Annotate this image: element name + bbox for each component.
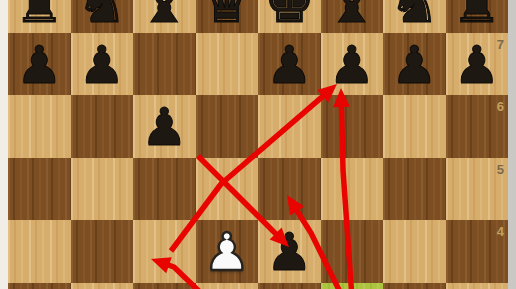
piece-black-pawn-f7[interactable]: ♟	[321, 33, 384, 96]
square-c4[interactable]	[133, 220, 196, 283]
square-a3[interactable]	[8, 283, 71, 289]
square-g5[interactable]	[383, 158, 446, 221]
piece-black-pawn-a7[interactable]: ♟	[8, 33, 71, 96]
square-b6[interactable]	[71, 95, 134, 158]
piece-black-rook-a8[interactable]: ♜	[8, 0, 71, 33]
white-pawn-glyph: ♟	[203, 226, 250, 278]
rank-label-6: 6	[480, 99, 504, 114]
square-e6[interactable]	[258, 95, 321, 158]
piece-black-rook-h8[interactable]: ♜	[446, 0, 509, 33]
piece-black-queen-d8[interactable]: ♛	[196, 0, 259, 33]
black-queen-glyph: ♛	[201, 0, 252, 31]
black-pawn-glyph: ♟	[16, 39, 63, 91]
square-d6[interactable]	[196, 95, 259, 158]
square-g4[interactable]	[383, 220, 446, 283]
square-c5[interactable]	[133, 158, 196, 221]
black-pawn-glyph: ♟	[391, 39, 438, 91]
square-g3[interactable]	[383, 283, 446, 289]
square-f5[interactable]	[321, 158, 384, 221]
piece-white-pawn-d4[interactable]: ♟	[196, 220, 259, 283]
black-pawn-glyph: ♟	[266, 226, 313, 278]
black-rook-glyph: ♜	[451, 0, 502, 31]
piece-black-pawn-e4[interactable]: ♟	[258, 220, 321, 283]
piece-black-bishop-f8[interactable]: ♝	[321, 0, 384, 33]
black-pawn-glyph: ♟	[78, 39, 125, 91]
page-margin-left	[0, 0, 8, 289]
piece-black-pawn-b7[interactable]: ♟	[71, 33, 134, 96]
piece-black-pawn-e7[interactable]: ♟	[258, 33, 321, 96]
square-b3[interactable]	[71, 283, 134, 289]
square-d3[interactable]	[196, 283, 259, 289]
square-e5[interactable]	[258, 158, 321, 221]
piece-black-bishop-c8[interactable]: ♝	[133, 0, 196, 33]
square-c7[interactable]	[133, 33, 196, 96]
black-bishop-glyph: ♝	[326, 0, 377, 31]
piece-black-king-e8[interactable]: ♚	[258, 0, 321, 33]
square-f4[interactable]	[321, 220, 384, 283]
square-d7[interactable]	[196, 33, 259, 96]
piece-black-knight-g8[interactable]: ♞	[383, 0, 446, 33]
black-pawn-glyph: ♟	[328, 39, 375, 91]
square-b4[interactable]	[71, 220, 134, 283]
rank-label-4: 4	[480, 224, 504, 239]
chess-board: ♜♞♝♛♚♝♞♜♟♟♟♟♟♟♟♟♟	[8, 0, 508, 289]
piece-black-pawn-g7[interactable]: ♟	[383, 33, 446, 96]
black-knight-glyph: ♞	[389, 0, 440, 31]
square-a5[interactable]	[8, 158, 71, 221]
square-g6[interactable]	[383, 95, 446, 158]
square-b5[interactable]	[71, 158, 134, 221]
black-knight-glyph: ♞	[76, 0, 127, 31]
rank-label-7: 7	[480, 37, 504, 52]
page-margin-right	[508, 0, 516, 289]
square-d5[interactable]	[196, 158, 259, 221]
square-f6[interactable]	[321, 95, 384, 158]
rank-label-5: 5	[480, 162, 504, 177]
black-pawn-glyph: ♟	[266, 39, 313, 91]
black-pawn-glyph: ♟	[141, 101, 188, 153]
square-c3[interactable]	[133, 283, 196, 289]
square-a6[interactable]	[8, 95, 71, 158]
square-a4[interactable]	[8, 220, 71, 283]
piece-black-pawn-c6[interactable]: ♟	[133, 95, 196, 158]
square-e3[interactable]	[258, 283, 321, 289]
black-king-glyph: ♚	[264, 0, 315, 31]
black-bishop-glyph: ♝	[139, 0, 190, 31]
piece-black-knight-b8[interactable]: ♞	[71, 0, 134, 33]
chessboard-viewport: ♜♞♝♛♚♝♞♜♟♟♟♟♟♟♟♟♟ 76543	[0, 0, 516, 289]
square-f3[interactable]	[321, 283, 384, 289]
black-rook-glyph: ♜	[14, 0, 65, 31]
